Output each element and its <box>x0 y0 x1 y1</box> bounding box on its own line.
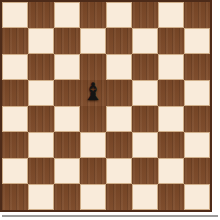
square-b2[interactable] <box>28 158 54 184</box>
square-a2[interactable] <box>2 158 28 184</box>
square-f6[interactable] <box>132 54 158 80</box>
square-g7[interactable] <box>158 28 184 54</box>
square-g5[interactable] <box>158 80 184 106</box>
square-a5[interactable] <box>2 80 28 106</box>
square-b4[interactable] <box>28 106 54 132</box>
square-g1[interactable] <box>158 184 184 210</box>
square-d1[interactable] <box>80 184 106 210</box>
square-d4[interactable] <box>80 106 106 132</box>
square-c2[interactable] <box>54 158 80 184</box>
square-h7[interactable] <box>184 28 210 54</box>
square-d6[interactable] <box>80 54 106 80</box>
square-h2[interactable] <box>184 158 210 184</box>
square-c3[interactable] <box>54 132 80 158</box>
square-a1[interactable] <box>2 184 28 210</box>
square-e4[interactable] <box>106 106 132 132</box>
square-a3[interactable] <box>2 132 28 158</box>
square-b6[interactable] <box>28 54 54 80</box>
square-g2[interactable] <box>158 158 184 184</box>
square-c4[interactable] <box>54 106 80 132</box>
square-c1[interactable] <box>54 184 80 210</box>
square-h8[interactable] <box>184 2 210 28</box>
square-h4[interactable] <box>184 106 210 132</box>
square-a7[interactable] <box>2 28 28 54</box>
square-e8[interactable] <box>106 2 132 28</box>
square-f4[interactable] <box>132 106 158 132</box>
square-h3[interactable] <box>184 132 210 158</box>
square-b1[interactable] <box>28 184 54 210</box>
chessboard: ♝ <box>0 0 212 212</box>
square-e3[interactable] <box>106 132 132 158</box>
square-b5[interactable] <box>28 80 54 106</box>
square-f8[interactable] <box>132 2 158 28</box>
square-h1[interactable] <box>184 184 210 210</box>
square-e1[interactable] <box>106 184 132 210</box>
square-d3[interactable] <box>80 132 106 158</box>
square-g3[interactable] <box>158 132 184 158</box>
square-a6[interactable] <box>2 54 28 80</box>
square-d5[interactable]: ♝ <box>80 80 106 106</box>
square-a8[interactable] <box>2 2 28 28</box>
square-b7[interactable] <box>28 28 54 54</box>
square-f7[interactable] <box>132 28 158 54</box>
square-e5[interactable] <box>106 80 132 106</box>
chess-diagram: ♝ <box>0 0 220 220</box>
square-g4[interactable] <box>158 106 184 132</box>
square-d8[interactable] <box>80 2 106 28</box>
square-e2[interactable] <box>106 158 132 184</box>
square-a4[interactable] <box>2 106 28 132</box>
square-h5[interactable] <box>184 80 210 106</box>
square-g8[interactable] <box>158 2 184 28</box>
square-e7[interactable] <box>106 28 132 54</box>
square-g6[interactable] <box>158 54 184 80</box>
square-d2[interactable] <box>80 158 106 184</box>
square-c5[interactable] <box>54 80 80 106</box>
square-f5[interactable] <box>132 80 158 106</box>
square-e6[interactable] <box>106 54 132 80</box>
square-f1[interactable] <box>132 184 158 210</box>
square-f2[interactable] <box>132 158 158 184</box>
square-d7[interactable] <box>80 28 106 54</box>
square-h6[interactable] <box>184 54 210 80</box>
square-c6[interactable] <box>54 54 80 80</box>
square-b3[interactable] <box>28 132 54 158</box>
horizontal-divider <box>2 215 218 217</box>
square-c8[interactable] <box>54 2 80 28</box>
square-c7[interactable] <box>54 28 80 54</box>
black-bishop-icon[interactable]: ♝ <box>82 79 104 105</box>
square-b8[interactable] <box>28 2 54 28</box>
square-f3[interactable] <box>132 132 158 158</box>
